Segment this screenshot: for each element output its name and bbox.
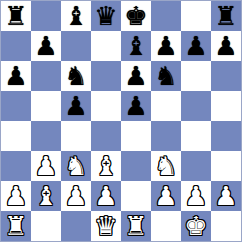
black-king[interactable]: ♚ (124, 1, 147, 31)
square-c5[interactable]: ♟ (61, 91, 91, 121)
square-h4[interactable] (211, 121, 241, 151)
white-rook[interactable]: ♜ (124, 211, 147, 241)
chess-board: ♜♝♛♚♜♟♝♟♟♟♟♞♟♞♟♟♟♞♝♞♟♝♟♟♟♟♟♜♛♜♚ (1, 1, 241, 241)
black-bishop[interactable]: ♝ (124, 31, 147, 61)
square-e1[interactable]: ♜ (121, 211, 151, 241)
square-a1[interactable]: ♜ (1, 211, 31, 241)
white-pawn[interactable]: ♟ (154, 181, 177, 211)
square-a5[interactable] (1, 91, 31, 121)
square-c6[interactable]: ♞ (61, 61, 91, 91)
square-b4[interactable] (31, 121, 61, 151)
square-f5[interactable] (151, 91, 181, 121)
square-b3[interactable]: ♟ (31, 151, 61, 181)
black-pawn[interactable]: ♟ (124, 91, 147, 121)
square-c4[interactable] (61, 121, 91, 151)
white-knight[interactable]: ♞ (154, 151, 177, 181)
black-bishop[interactable]: ♝ (64, 1, 87, 31)
square-h6[interactable] (211, 61, 241, 91)
square-e8[interactable]: ♚ (121, 1, 151, 31)
square-c8[interactable]: ♝ (61, 1, 91, 31)
square-a8[interactable]: ♜ (1, 1, 31, 31)
square-d8[interactable]: ♛ (91, 1, 121, 31)
black-pawn[interactable]: ♟ (124, 61, 147, 91)
square-c7[interactable] (61, 31, 91, 61)
black-pawn[interactable]: ♟ (214, 31, 237, 61)
square-g5[interactable] (181, 91, 211, 121)
square-e7[interactable]: ♝ (121, 31, 151, 61)
square-d7[interactable] (91, 31, 121, 61)
black-queen[interactable]: ♛ (94, 1, 117, 31)
white-king[interactable]: ♚ (184, 211, 207, 241)
square-f3[interactable]: ♞ (151, 151, 181, 181)
square-d6[interactable] (91, 61, 121, 91)
square-e3[interactable] (121, 151, 151, 181)
square-g2[interactable]: ♟ (181, 181, 211, 211)
white-pawn[interactable]: ♟ (184, 181, 207, 211)
black-pawn[interactable]: ♟ (154, 31, 177, 61)
square-a7[interactable] (1, 31, 31, 61)
square-e2[interactable] (121, 181, 151, 211)
white-pawn[interactable]: ♟ (64, 181, 87, 211)
square-e4[interactable] (121, 121, 151, 151)
white-pawn[interactable]: ♟ (34, 151, 57, 181)
white-pawn[interactable]: ♟ (214, 181, 237, 211)
square-c1[interactable] (61, 211, 91, 241)
square-h3[interactable] (211, 151, 241, 181)
square-h5[interactable] (211, 91, 241, 121)
square-d3[interactable]: ♝ (91, 151, 121, 181)
square-g6[interactable] (181, 61, 211, 91)
square-g4[interactable] (181, 121, 211, 151)
square-b5[interactable] (31, 91, 61, 121)
black-rook[interactable]: ♜ (214, 1, 237, 31)
square-h2[interactable]: ♟ (211, 181, 241, 211)
square-c2[interactable]: ♟ (61, 181, 91, 211)
square-c3[interactable]: ♞ (61, 151, 91, 181)
square-f8[interactable] (151, 1, 181, 31)
square-a3[interactable] (1, 151, 31, 181)
black-pawn[interactable]: ♟ (64, 91, 87, 121)
black-knight[interactable]: ♞ (154, 61, 177, 91)
square-b6[interactable] (31, 61, 61, 91)
white-rook[interactable]: ♜ (4, 211, 27, 241)
square-d1[interactable]: ♛ (91, 211, 121, 241)
square-h1[interactable] (211, 211, 241, 241)
square-g7[interactable]: ♟ (181, 31, 211, 61)
square-h7[interactable]: ♟ (211, 31, 241, 61)
square-g1[interactable]: ♚ (181, 211, 211, 241)
square-f4[interactable] (151, 121, 181, 151)
black-knight[interactable]: ♞ (64, 61, 87, 91)
square-d4[interactable] (91, 121, 121, 151)
square-b8[interactable] (31, 1, 61, 31)
white-bishop[interactable]: ♝ (94, 151, 117, 181)
square-e6[interactable]: ♟ (121, 61, 151, 91)
square-b7[interactable]: ♟ (31, 31, 61, 61)
square-f7[interactable]: ♟ (151, 31, 181, 61)
black-pawn[interactable]: ♟ (34, 31, 57, 61)
white-pawn[interactable]: ♟ (4, 181, 27, 211)
black-rook[interactable]: ♜ (4, 1, 27, 31)
square-h8[interactable]: ♜ (211, 1, 241, 31)
square-g8[interactable] (181, 1, 211, 31)
square-d2[interactable]: ♟ (91, 181, 121, 211)
black-pawn[interactable]: ♟ (184, 31, 207, 61)
chess-board-frame: ♜♝♛♚♜♟♝♟♟♟♟♞♟♞♟♟♟♞♝♞♟♝♟♟♟♟♟♜♛♜♚ (0, 0, 242, 242)
square-d5[interactable] (91, 91, 121, 121)
square-b2[interactable]: ♝ (31, 181, 61, 211)
square-a6[interactable]: ♟ (1, 61, 31, 91)
square-g3[interactable] (181, 151, 211, 181)
white-knight[interactable]: ♞ (64, 151, 87, 181)
white-pawn[interactable]: ♟ (94, 181, 117, 211)
square-b1[interactable] (31, 211, 61, 241)
square-f6[interactable]: ♞ (151, 61, 181, 91)
square-f2[interactable]: ♟ (151, 181, 181, 211)
square-a4[interactable] (1, 121, 31, 151)
white-queen[interactable]: ♛ (94, 211, 117, 241)
square-a2[interactable]: ♟ (1, 181, 31, 211)
white-bishop[interactable]: ♝ (34, 181, 57, 211)
square-f1[interactable] (151, 211, 181, 241)
square-e5[interactable]: ♟ (121, 91, 151, 121)
black-pawn[interactable]: ♟ (4, 61, 27, 91)
